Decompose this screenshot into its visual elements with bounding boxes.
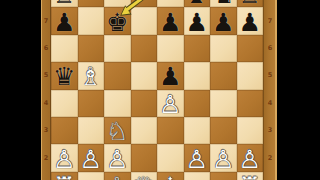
- white-rook[interactable]: ♖: [239, 173, 261, 180]
- square-c6[interactable]: [104, 35, 131, 62]
- rank-label-5-right: 5: [264, 72, 276, 79]
- square-b3[interactable]: [78, 117, 105, 144]
- rank-label-2-left: 2: [41, 155, 51, 162]
- square-c4[interactable]: [104, 90, 131, 117]
- square-g4[interactable]: [210, 90, 237, 117]
- rank-label-7-right: 7: [264, 18, 276, 25]
- board-border-right: [263, 0, 277, 180]
- square-c7[interactable]: ♚: [104, 7, 131, 34]
- square-c1[interactable]: ♗: [104, 172, 131, 180]
- square-f2[interactable]: ♙: [184, 144, 211, 171]
- square-f3[interactable]: [184, 117, 211, 144]
- black-king[interactable]: ♚: [106, 9, 128, 34]
- square-f7[interactable]: ♟: [184, 7, 211, 34]
- square-d4[interactable]: [131, 90, 158, 117]
- board-border-left: [41, 0, 51, 180]
- square-f1[interactable]: [184, 172, 211, 180]
- square-d1[interactable]: ♕: [131, 172, 158, 180]
- white-pawn[interactable]: ♙: [212, 146, 234, 171]
- square-g6[interactable]: [210, 35, 237, 62]
- rank-label-3-left: 3: [41, 127, 51, 134]
- white-king[interactable]: ♔: [159, 173, 181, 180]
- rank-label-6-left: 6: [41, 45, 51, 52]
- square-e1[interactable]: ♔: [157, 172, 184, 180]
- rank-label-3-right: 3: [264, 127, 276, 134]
- white-pawn[interactable]: ♙: [53, 146, 75, 171]
- square-d6[interactable]: [131, 35, 158, 62]
- black-pawn[interactable]: ♟: [186, 9, 208, 34]
- square-e3[interactable]: [157, 117, 184, 144]
- square-h1[interactable]: ♖: [237, 172, 264, 180]
- square-h6[interactable]: [237, 35, 264, 62]
- white-pawn[interactable]: ♙: [186, 146, 208, 171]
- square-a3[interactable]: [51, 117, 78, 144]
- rank-label-2-right: 2: [264, 155, 276, 162]
- white-knight[interactable]: ♘: [106, 119, 128, 144]
- rank-label-4-left: 4: [41, 100, 51, 107]
- square-b7[interactable]: [78, 7, 105, 34]
- square-a1[interactable]: ♖: [51, 172, 78, 180]
- black-bishop[interactable]: ♝: [186, 0, 208, 7]
- black-pawn[interactable]: ♟: [212, 9, 234, 34]
- black-rook[interactable]: ♜: [53, 0, 75, 7]
- rank-label-7-left: 7: [41, 18, 51, 25]
- square-e2[interactable]: [157, 144, 184, 171]
- black-pawn[interactable]: ♟: [159, 9, 181, 34]
- square-d2[interactable]: [131, 144, 158, 171]
- square-f6[interactable]: [184, 35, 211, 62]
- square-e4[interactable]: ♙: [157, 90, 184, 117]
- white-pawn[interactable]: ♙: [106, 146, 128, 171]
- square-h4[interactable]: [237, 90, 264, 117]
- square-b2[interactable]: ♙: [78, 144, 105, 171]
- square-b1[interactable]: [78, 172, 105, 180]
- square-f4[interactable]: [184, 90, 211, 117]
- square-a6[interactable]: [51, 35, 78, 62]
- square-b4[interactable]: [78, 90, 105, 117]
- square-f5[interactable]: [184, 62, 211, 89]
- black-rook[interactable]: ♜: [239, 0, 261, 7]
- square-h3[interactable]: [237, 117, 264, 144]
- square-e7[interactable]: ♟: [157, 7, 184, 34]
- square-c2[interactable]: ♙: [104, 144, 131, 171]
- rank-label-6-right: 6: [264, 45, 276, 52]
- square-e6[interactable]: [157, 35, 184, 62]
- square-a4[interactable]: [51, 90, 78, 117]
- white-pawn[interactable]: ♙: [239, 146, 261, 171]
- square-b6[interactable]: [78, 35, 105, 62]
- square-d7[interactable]: [131, 7, 158, 34]
- black-queen[interactable]: ♛: [53, 64, 75, 89]
- black-knight[interactable]: ♞: [212, 0, 234, 7]
- square-a7[interactable]: ♟: [51, 7, 78, 34]
- square-d3[interactable]: [131, 117, 158, 144]
- white-pawn[interactable]: ♙: [159, 91, 181, 116]
- square-a2[interactable]: ♙: [51, 144, 78, 171]
- square-d5[interactable]: [131, 62, 158, 89]
- square-b5[interactable]: ♗: [78, 62, 105, 89]
- square-h7[interactable]: ♟: [237, 7, 264, 34]
- rank-label-4-right: 4: [264, 100, 276, 107]
- black-pawn[interactable]: ♟: [53, 9, 75, 34]
- square-e5[interactable]: ♟: [157, 62, 184, 89]
- square-a5[interactable]: ♛: [51, 62, 78, 89]
- square-c5[interactable]: [104, 62, 131, 89]
- square-d8[interactable]: [131, 0, 158, 7]
- white-bishop[interactable]: ♗: [80, 64, 102, 89]
- square-g1[interactable]: [210, 172, 237, 180]
- white-bishop[interactable]: ♗: [106, 173, 128, 180]
- square-c3[interactable]: ♘: [104, 117, 131, 144]
- square-g7[interactable]: ♟: [210, 7, 237, 34]
- white-pawn[interactable]: ♙: [80, 146, 102, 171]
- black-pawn[interactable]: ♟: [239, 9, 261, 34]
- white-rook[interactable]: ♖: [53, 173, 75, 180]
- chessboard: ♜♝♞♜♟♚♟♟♟♟♛♗♟♙♘♙♙♙♙♙♙♖♗♕♔♖: [51, 0, 263, 180]
- square-g3[interactable]: [210, 117, 237, 144]
- square-h2[interactable]: ♙: [237, 144, 264, 171]
- square-b8[interactable]: [78, 0, 105, 7]
- square-g2[interactable]: ♙: [210, 144, 237, 171]
- chessboard-stage: ♜♝♞♜♟♚♟♟♟♟♛♗♟♙♘♙♙♙♙♙♙♖♗♕♔♖ 8877665544332…: [0, 0, 320, 180]
- rank-label-5-left: 5: [41, 72, 51, 79]
- square-g5[interactable]: [210, 62, 237, 89]
- white-queen[interactable]: ♕: [133, 173, 155, 180]
- black-pawn[interactable]: ♟: [159, 64, 181, 89]
- square-h5[interactable]: [237, 62, 264, 89]
